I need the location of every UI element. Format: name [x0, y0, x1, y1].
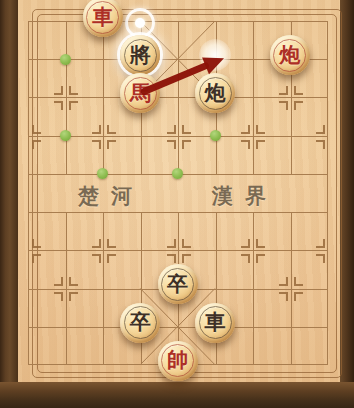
point-marker: [32, 239, 41, 248]
point-marker: [182, 125, 191, 134]
point-marker: [241, 239, 250, 248]
legal-move-dot[interactable]: [210, 130, 221, 141]
point-marker: [167, 239, 176, 248]
grid-cell: [291, 174, 329, 212]
point-marker: [32, 125, 41, 134]
point-marker: [279, 277, 288, 286]
piece-character: 車: [92, 7, 113, 28]
grid-cell: [66, 327, 104, 365]
last-move-marker-dot: [135, 18, 145, 28]
point-marker: [92, 125, 101, 134]
legal-move-dot[interactable]: [60, 54, 71, 65]
grid-cell: [28, 174, 66, 212]
piece-black-chariot[interactable]: 車: [195, 303, 235, 343]
piece-character: 炮: [279, 45, 300, 66]
piece-black-soldier[interactable]: 卒: [158, 264, 198, 304]
point-marker: [256, 125, 265, 134]
point-marker: [107, 239, 116, 248]
point-marker: [241, 254, 250, 263]
point-marker: [316, 254, 325, 263]
hint-target-marker[interactable]: [199, 39, 231, 71]
point-marker: [69, 101, 78, 110]
point-marker: [92, 239, 101, 248]
point-marker: [107, 125, 116, 134]
point-marker: [54, 101, 63, 110]
point-marker: [256, 239, 265, 248]
board-frame-right-rail: [340, 0, 354, 408]
point-marker: [294, 292, 303, 301]
point-marker: [54, 277, 63, 286]
piece-red-general[interactable]: 帥: [158, 341, 198, 381]
point-marker: [294, 86, 303, 95]
point-marker: [69, 86, 78, 95]
grid-cell: [178, 174, 216, 212]
point-marker: [294, 101, 303, 110]
point-marker: [279, 292, 288, 301]
point-marker: [256, 254, 265, 263]
point-marker: [167, 140, 176, 149]
point-marker: [69, 292, 78, 301]
grid-cell: [253, 327, 291, 365]
piece-character: 卒: [130, 312, 151, 333]
point-marker: [241, 125, 250, 134]
point-marker: [316, 125, 325, 134]
piece-black-soldier[interactable]: 卒: [120, 303, 160, 343]
legal-move-dot[interactable]: [60, 130, 71, 141]
point-marker: [182, 254, 191, 263]
point-marker: [54, 292, 63, 301]
point-marker: [182, 239, 191, 248]
piece-character: 馬: [130, 83, 151, 104]
point-marker: [107, 140, 116, 149]
last-move-marker: [125, 8, 155, 38]
piece-character: 帥: [167, 350, 188, 371]
point-marker: [316, 239, 325, 248]
river-label-left: 楚河: [78, 182, 144, 210]
point-marker: [92, 140, 101, 149]
grid-cell: [291, 327, 329, 365]
river-label-right: 漢界: [212, 182, 278, 210]
point-marker: [167, 125, 176, 134]
piece-character: 將: [130, 45, 151, 66]
point-marker: [241, 140, 250, 149]
point-marker: [182, 140, 191, 149]
piece-character: 炮: [205, 83, 226, 104]
point-marker: [69, 277, 78, 286]
point-marker: [316, 140, 325, 149]
piece-red-chariot[interactable]: 車: [83, 0, 123, 37]
grid-cell: [141, 174, 179, 212]
grid-cell: [28, 327, 66, 365]
point-marker: [256, 140, 265, 149]
point-marker: [279, 101, 288, 110]
point-marker: [167, 254, 176, 263]
xiangqi-board[interactable]: 楚河 漢界 車將炮馬炮卒卒車帥: [0, 0, 354, 408]
board-frame-bottom-rail: [0, 382, 354, 408]
piece-red-cannon[interactable]: 炮: [270, 35, 310, 75]
point-marker: [32, 140, 41, 149]
point-marker: [107, 254, 116, 263]
piece-character: 車: [205, 312, 226, 333]
point-marker: [279, 86, 288, 95]
point-marker: [92, 254, 101, 263]
point-marker: [54, 86, 63, 95]
piece-character: 卒: [167, 274, 188, 295]
point-marker: [294, 277, 303, 286]
grid-cell: [28, 21, 66, 59]
point-marker: [32, 254, 41, 263]
board-frame-left-rail: [0, 0, 18, 408]
